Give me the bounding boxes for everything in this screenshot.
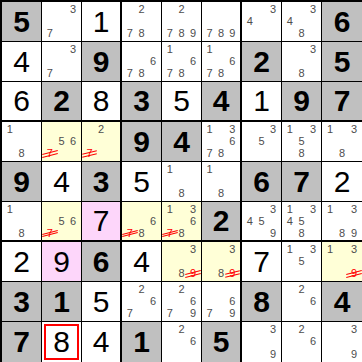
cell-r9c6[interactable]: 5 (202, 322, 242, 362)
empty-candidate-slot (176, 295, 188, 307)
cell-r4c5[interactable]: 4 (162, 122, 202, 162)
empty-candidate-slot (44, 15, 56, 27)
empty-candidate-slot (67, 15, 79, 27)
candidate-2: 2 (136, 3, 148, 15)
cell-r3c9[interactable]: 7 (322, 82, 362, 122)
candidate-7: 7 (44, 68, 56, 80)
cell-r2c2[interactable]: 37 (42, 42, 82, 82)
empty-candidate-slot (56, 68, 68, 80)
pencil-marks: 389 (162, 242, 201, 281)
empty-candidate-slot (244, 123, 256, 135)
pencil-marks: 348 (282, 2, 321, 41)
candidate-5: 5 (56, 135, 68, 147)
candidate-6: 6 (187, 336, 199, 349)
cell-r4c9[interactable]: 138 (322, 122, 362, 162)
empty-candidate-slot (284, 348, 296, 361)
candidate-2: 2 (176, 3, 188, 15)
cell-r9c3[interactable]: 4 (82, 322, 122, 362)
pencil-marks: 678 (122, 42, 161, 81)
empty-candidate-slot (336, 135, 348, 147)
cell-r5c6[interactable]: 18 (202, 162, 242, 202)
cell-r5c2[interactable]: 4 (42, 162, 82, 202)
candidate-1: 1 (324, 123, 336, 135)
cell-r1c4[interactable]: 278 (122, 2, 162, 42)
empty-candidate-slot (136, 43, 148, 55)
cell-r2c7[interactable]: 2 (242, 42, 282, 82)
empty-candidate-slot (296, 243, 308, 255)
candidate-6: 6 (67, 135, 79, 147)
cell-r7c1[interactable]: 2 (2, 242, 42, 282)
empty-candidate-slot (176, 348, 188, 361)
empty-candidate-slot (147, 43, 159, 55)
candidate-2: 2 (136, 283, 148, 295)
candidate-3: 3 (267, 3, 279, 15)
empty-candidate-slot (296, 308, 308, 320)
candidate-8: 8 (336, 148, 348, 160)
cell-r6c1[interactable]: 18 (2, 202, 42, 242)
empty-candidate-slot (124, 283, 136, 295)
candidate-8: 8 (136, 68, 148, 80)
empty-candidate-slot (215, 123, 226, 135)
cell-r7c9[interactable]: 139 (322, 242, 362, 282)
candidate-1: 1 (284, 203, 296, 215)
cell-r5c3[interactable]: 3 (82, 162, 122, 202)
given-digit: 7 (293, 167, 310, 197)
pencil-marks: 26 (282, 282, 321, 321)
cell-r1c2[interactable]: 37 (42, 2, 82, 42)
empty-candidate-slot (56, 28, 68, 40)
candidate-1: 1 (324, 203, 336, 215)
empty-candidate-slot (164, 215, 176, 227)
pencil-marks: 1389 (322, 202, 362, 240)
candidate-3: 3 (267, 123, 279, 135)
empty-candidate-slot (348, 215, 360, 227)
empty-candidate-slot (136, 203, 148, 215)
cell-r5c7[interactable]: 6 (242, 162, 282, 202)
struck-candidate-9: 9 (348, 268, 360, 280)
given-digit: 3 (133, 86, 150, 116)
empty-candidate-slot (336, 215, 348, 227)
cell-r8c9[interactable]: 4 (322, 282, 362, 322)
empty-candidate-slot (4, 148, 16, 160)
candidate-9: 9 (267, 227, 279, 239)
given-digit: 5 (13, 7, 30, 37)
empty-candidate-slot (227, 68, 238, 80)
empty-candidate-slot (147, 283, 159, 295)
solved-digit: 7 (93, 206, 110, 236)
candidate-6: 6 (147, 295, 159, 307)
candidate-1: 1 (204, 163, 215, 175)
candidate-6: 6 (227, 135, 238, 147)
cell-r2c4[interactable]: 678 (122, 42, 162, 82)
pencil-marks: 18 (162, 162, 201, 201)
cell-r2c8[interactable]: 38 (282, 42, 322, 82)
empty-candidate-slot (44, 3, 56, 15)
empty-candidate-slot (296, 336, 308, 349)
given-digit: 8 (253, 287, 270, 317)
candidate-6: 6 (187, 295, 199, 307)
empty-candidate-slot (164, 348, 176, 361)
cell-r8c5[interactable]: 2679 (162, 282, 202, 322)
struck-candidate-7: 7 (84, 148, 95, 160)
candidate-3: 3 (187, 243, 199, 255)
given-digit: 7 (334, 86, 351, 116)
cell-r7c8[interactable]: 135 (282, 242, 322, 282)
pencil-marks: 13678 (162, 202, 201, 240)
cell-r8c2[interactable]: 1 (42, 282, 82, 322)
cell-r8c3[interactable]: 5 (82, 282, 122, 322)
cell-r4c1[interactable]: 18 (2, 122, 42, 162)
empty-candidate-slot (256, 3, 268, 15)
cell-r3c4[interactable]: 3 (122, 82, 162, 122)
empty-candidate-slot (227, 283, 238, 295)
struck-candidate-9: 9 (227, 268, 238, 280)
cell-r3c7[interactable]: 1 (242, 82, 282, 122)
empty-candidate-slot (27, 215, 39, 227)
cell-r3c6[interactable]: 4 (202, 82, 242, 122)
cell-r4c2[interactable]: 567 (42, 122, 82, 162)
empty-candidate-slot (227, 175, 238, 187)
candidate-7: 7 (164, 308, 176, 320)
pencil-marks: 679 (202, 282, 240, 321)
empty-candidate-slot (187, 43, 199, 55)
cell-r5c1[interactable]: 9 (2, 162, 42, 202)
struck-candidate-7: 7 (44, 148, 56, 160)
empty-candidate-slot (44, 55, 56, 67)
empty-candidate-slot (284, 255, 296, 267)
empty-candidate-slot (67, 55, 79, 67)
empty-candidate-slot (244, 348, 256, 361)
empty-candidate-slot (284, 148, 296, 160)
empty-candidate-slot (284, 227, 296, 239)
empty-candidate-slot (164, 283, 176, 295)
empty-candidate-slot (147, 227, 159, 239)
empty-candidate-slot (307, 148, 319, 160)
pencil-marks: 13458 (282, 202, 321, 240)
pencil-marks: 3459 (242, 202, 281, 240)
candidate-8: 8 (176, 68, 188, 80)
empty-candidate-slot (187, 255, 199, 267)
cell-r5c9[interactable]: 2 (322, 162, 362, 202)
empty-candidate-slot (324, 348, 336, 361)
cell-r6c2[interactable]: 567 (42, 202, 82, 242)
candidate-8: 8 (215, 28, 226, 40)
empty-candidate-slot (215, 55, 226, 67)
empty-candidate-slot (244, 203, 256, 215)
cell-r5c5[interactable]: 18 (162, 162, 202, 202)
cell-r8c7[interactable]: 8 (242, 282, 282, 322)
cell-r7c2[interactable]: 9 (42, 242, 82, 282)
cell-r4c6[interactable]: 13678 (202, 122, 242, 162)
cell-r2c3[interactable]: 9 (82, 42, 122, 82)
cell-r9c2[interactable]: 8 (42, 322, 82, 362)
empty-candidate-slot (348, 135, 360, 147)
empty-candidate-slot (348, 336, 360, 349)
empty-candidate-slot (336, 123, 348, 135)
empty-candidate-slot (284, 283, 296, 295)
cell-r7c5[interactable]: 389 (162, 242, 202, 282)
empty-candidate-slot (244, 135, 256, 147)
empty-candidate-slot (296, 203, 308, 215)
candidate-7: 7 (124, 68, 136, 80)
empty-candidate-slot (296, 15, 308, 27)
cell-r9c7[interactable]: 39 (242, 322, 282, 362)
candidate-4: 4 (284, 15, 296, 27)
cell-r1c7[interactable]: 34 (242, 2, 282, 42)
empty-candidate-slot (284, 323, 296, 336)
candidate-3: 3 (67, 43, 79, 55)
candidate-8: 8 (215, 188, 226, 200)
empty-candidate-slot (256, 203, 268, 215)
solved-digit: 1 (253, 86, 270, 116)
empty-candidate-slot (215, 3, 226, 15)
empty-candidate-slot (336, 255, 348, 267)
given-digit: 1 (53, 287, 70, 317)
empty-candidate-slot (4, 227, 16, 239)
given-digit: 9 (293, 86, 310, 116)
given-digit: 4 (334, 287, 351, 317)
cell-r6c5[interactable]: 13678 (162, 202, 202, 242)
candidate-3: 3 (307, 243, 319, 255)
cell-r9c8[interactable]: 26 (282, 322, 322, 362)
pencil-marks: 139 (322, 242, 362, 281)
pencil-marks: 27 (82, 122, 120, 161)
cell-r3c1[interactable]: 6 (2, 82, 42, 122)
empty-candidate-slot (307, 55, 319, 67)
solved-digit: 5 (133, 167, 150, 197)
candidate-5: 5 (56, 215, 68, 227)
empty-candidate-slot (284, 43, 296, 55)
candidate-3: 3 (348, 323, 360, 336)
pencil-marks: 39 (322, 322, 362, 362)
empty-candidate-slot (27, 135, 39, 147)
cell-r3c3[interactable]: 8 (82, 82, 122, 122)
empty-candidate-slot (307, 68, 319, 80)
cell-r1c9[interactable]: 6 (322, 2, 362, 42)
candidate-7: 7 (204, 148, 215, 160)
empty-candidate-slot (215, 175, 226, 187)
given-digit: 9 (133, 127, 150, 157)
empty-candidate-slot (284, 55, 296, 67)
candidate-8: 8 (215, 68, 226, 80)
cell-r9c1[interactable]: 7 (2, 322, 42, 362)
candidate-3: 3 (267, 203, 279, 215)
cell-r4c3[interactable]: 27 (82, 122, 122, 162)
pencil-marks: 26 (282, 322, 321, 362)
empty-candidate-slot (284, 135, 296, 147)
candidate-3: 3 (307, 3, 319, 15)
pencil-marks: 1678 (202, 42, 240, 81)
candidate-9: 9 (227, 28, 238, 40)
pencil-marks: 1678 (162, 42, 201, 81)
cell-r4c8[interactable]: 1358 (282, 122, 322, 162)
empty-candidate-slot (84, 135, 95, 147)
candidate-6: 6 (67, 215, 79, 227)
candidate-1: 1 (4, 203, 16, 215)
candidate-8: 8 (16, 227, 28, 239)
empty-candidate-slot (324, 255, 336, 267)
empty-candidate-slot (215, 243, 226, 255)
candidate-3: 3 (187, 203, 199, 215)
cell-r9c9[interactable]: 39 (322, 322, 362, 362)
cell-r2c5[interactable]: 1678 (162, 42, 202, 82)
candidate-8: 8 (296, 28, 308, 40)
empty-candidate-slot (204, 283, 215, 295)
candidate-1: 1 (164, 163, 176, 175)
empty-candidate-slot (307, 28, 319, 40)
candidate-5: 5 (296, 215, 308, 227)
cell-r1c3[interactable]: 1 (82, 2, 122, 42)
cell-r4c4[interactable]: 9 (122, 122, 162, 162)
cell-r5c4[interactable]: 5 (122, 162, 162, 202)
empty-candidate-slot (56, 43, 68, 55)
empty-candidate-slot (336, 336, 348, 349)
pencil-marks: 389 (202, 242, 240, 281)
empty-candidate-slot (176, 15, 188, 27)
empty-candidate-slot (204, 188, 215, 200)
cell-r6c8[interactable]: 13458 (282, 202, 322, 242)
cell-r7c3[interactable]: 6 (82, 242, 122, 282)
empty-candidate-slot (204, 295, 215, 307)
empty-candidate-slot (44, 43, 56, 55)
empty-candidate-slot (256, 348, 268, 361)
candidate-2: 2 (95, 123, 106, 135)
pencil-marks: 567 (42, 202, 81, 240)
cell-r3c8[interactable]: 9 (282, 82, 322, 122)
cell-r3c2[interactable]: 2 (42, 82, 82, 122)
empty-candidate-slot (296, 55, 308, 67)
empty-candidate-slot (284, 336, 296, 349)
empty-candidate-slot (164, 55, 176, 67)
pencil-marks: 567 (42, 122, 81, 161)
cell-r3c5[interactable]: 5 (162, 82, 202, 122)
candidate-3: 3 (348, 203, 360, 215)
cell-r7c7[interactable]: 7 (242, 242, 282, 282)
empty-candidate-slot (296, 3, 308, 15)
cell-r7c4[interactable]: 4 (122, 242, 162, 282)
empty-candidate-slot (136, 308, 148, 320)
candidate-3: 3 (227, 123, 238, 135)
empty-candidate-slot (67, 203, 79, 215)
candidate-2: 2 (296, 283, 308, 295)
solved-digit: 4 (93, 327, 110, 357)
cell-r2c6[interactable]: 1678 (202, 42, 242, 82)
solved-digit: 2 (13, 247, 30, 277)
pencil-marks: 678 (122, 202, 161, 240)
empty-candidate-slot (256, 148, 268, 160)
cell-r5c8[interactable]: 7 (282, 162, 322, 202)
empty-candidate-slot (215, 295, 226, 307)
cell-r1c8[interactable]: 348 (282, 2, 322, 42)
cell-r6c9[interactable]: 1389 (322, 202, 362, 242)
given-digit: 9 (13, 167, 30, 197)
cell-r8c1[interactable]: 3 (2, 282, 42, 322)
cell-r8c8[interactable]: 26 (282, 282, 322, 322)
empty-candidate-slot (307, 283, 319, 295)
cell-r1c6[interactable]: 789 (202, 2, 242, 42)
solved-digit: 1 (93, 7, 110, 37)
empty-candidate-slot (16, 203, 28, 215)
cell-r6c4[interactable]: 678 (122, 202, 162, 242)
empty-candidate-slot (284, 3, 296, 15)
empty-candidate-slot (56, 203, 68, 215)
pencil-marks: 18 (2, 202, 41, 240)
solved-digit: 4 (133, 247, 150, 277)
pencil-marks: 278 (122, 2, 161, 41)
empty-candidate-slot (336, 323, 348, 336)
given-digit: 5 (334, 47, 351, 77)
cell-r2c9[interactable]: 5 (322, 42, 362, 82)
pencil-marks: 37 (42, 42, 81, 81)
given-digit: 2 (53, 86, 70, 116)
candidate-7: 7 (204, 308, 215, 320)
candidate-6: 6 (227, 295, 238, 307)
candidate-3: 3 (67, 3, 79, 15)
empty-candidate-slot (227, 3, 238, 15)
empty-candidate-slot (44, 123, 56, 135)
cell-r1c5[interactable]: 2789 (162, 2, 202, 42)
empty-candidate-slot (227, 188, 238, 200)
empty-candidate-slot (67, 227, 79, 239)
empty-candidate-slot (267, 148, 279, 160)
empty-candidate-slot (164, 336, 176, 349)
cell-r6c7[interactable]: 3459 (242, 202, 282, 242)
candidate-8: 8 (136, 28, 148, 40)
empty-candidate-slot (296, 348, 308, 361)
empty-candidate-slot (56, 55, 68, 67)
empty-candidate-slot (176, 308, 188, 320)
empty-candidate-slot (27, 123, 39, 135)
pencil-marks: 38 (282, 42, 321, 81)
empty-candidate-slot (267, 336, 279, 349)
empty-candidate-slot (324, 336, 336, 349)
empty-candidate-slot (204, 175, 215, 187)
empty-candidate-slot (164, 268, 176, 280)
empty-candidate-slot (136, 55, 148, 67)
empty-candidate-slot (95, 135, 106, 147)
cell-r1c1[interactable]: 5 (2, 2, 42, 42)
candidate-1: 1 (164, 203, 176, 215)
cell-r4c7[interactable]: 35 (242, 122, 282, 162)
empty-candidate-slot (227, 43, 238, 55)
candidate-6: 6 (187, 215, 199, 227)
candidate-3: 3 (348, 243, 360, 255)
empty-candidate-slot (187, 188, 199, 200)
empty-candidate-slot (136, 15, 148, 27)
candidate-7: 7 (164, 28, 176, 40)
given-digit: 6 (253, 167, 270, 197)
cell-r8c4[interactable]: 267 (122, 282, 162, 322)
cell-r9c4[interactable]: 1 (122, 322, 162, 362)
empty-candidate-slot (348, 148, 360, 160)
pencil-marks: 18 (202, 162, 240, 201)
empty-candidate-slot (324, 148, 336, 160)
cell-r6c6[interactable]: 2 (202, 202, 242, 242)
empty-candidate-slot (215, 163, 226, 175)
empty-candidate-slot (187, 227, 199, 239)
empty-candidate-slot (256, 28, 268, 40)
empty-candidate-slot (4, 215, 16, 227)
cell-r6c3[interactable]: 7 (82, 202, 122, 242)
empty-candidate-slot (124, 43, 136, 55)
cell-r8c6[interactable]: 679 (202, 282, 242, 322)
cell-r2c1[interactable]: 4 (2, 42, 42, 82)
cell-r7c6[interactable]: 389 (202, 242, 242, 282)
solved-digit: 5 (93, 287, 110, 317)
candidate-9: 9 (267, 348, 279, 361)
cell-r9c5[interactable]: 26 (162, 322, 202, 362)
empty-candidate-slot (124, 295, 136, 307)
